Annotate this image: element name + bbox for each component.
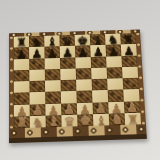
photo-background: ♜♞♝♛♚♝♞♜♟♟♟♟♟♟♟♟♟♟♟♟♟♟♟♟♜♞♝♛♚♝♞♜ xyxy=(0,0,160,160)
piece-white-bishop[interactable]: ♝ xyxy=(93,114,109,127)
square-g8[interactable]: ♞ xyxy=(105,34,121,45)
board-grid: ♜♞♝♛♚♝♞♜♟♟♟♟♟♟♟♟♟♟♟♟♟♟♟♟♜♞♝♛♚♝♞♜ xyxy=(14,33,141,128)
piece-white-queen[interactable]: ♛ xyxy=(61,115,77,128)
square-e4[interactable] xyxy=(76,79,92,91)
square-e5[interactable] xyxy=(76,68,92,80)
piece-white-rook[interactable]: ♜ xyxy=(125,113,142,126)
square-a4[interactable] xyxy=(14,81,30,93)
square-d8[interactable]: ♛ xyxy=(59,35,75,46)
square-g1[interactable]: ♞ xyxy=(109,113,125,125)
square-e8[interactable]: ♚ xyxy=(75,35,91,46)
square-b5[interactable] xyxy=(29,69,45,81)
square-a6[interactable] xyxy=(14,58,29,70)
square-b8[interactable]: ♞ xyxy=(29,36,44,47)
square-f6[interactable] xyxy=(91,56,107,68)
square-g4[interactable] xyxy=(107,78,123,90)
square-b4[interactable] xyxy=(29,81,45,93)
square-e6[interactable] xyxy=(75,57,91,69)
square-c4[interactable] xyxy=(45,80,61,92)
square-f1[interactable]: ♝ xyxy=(93,113,109,125)
square-h8[interactable]: ♜ xyxy=(120,33,136,44)
square-h4[interactable] xyxy=(123,78,139,90)
square-c7[interactable]: ♟ xyxy=(44,46,60,58)
square-b1[interactable]: ♞ xyxy=(30,115,46,127)
square-c8[interactable]: ♝ xyxy=(44,35,59,46)
square-f7[interactable]: ♟ xyxy=(90,45,106,57)
square-c1[interactable]: ♝ xyxy=(46,115,62,127)
square-g6[interactable] xyxy=(106,56,122,68)
square-b6[interactable] xyxy=(29,58,45,70)
piece-white-knight[interactable]: ♞ xyxy=(109,113,125,126)
square-d5[interactable] xyxy=(60,68,76,80)
piece-white-knight[interactable]: ♞ xyxy=(30,116,46,129)
chess-board: ♜♞♝♛♚♝♞♜♟♟♟♟♟♟♟♟♟♟♟♟♟♟♟♟♜♞♝♛♚♝♞♜ xyxy=(9,29,147,143)
square-d7[interactable]: ♟ xyxy=(60,46,76,58)
square-a1[interactable]: ♜ xyxy=(14,116,30,128)
square-e1[interactable]: ♚ xyxy=(77,114,93,126)
square-a8[interactable]: ♜ xyxy=(14,36,29,47)
square-a5[interactable] xyxy=(14,70,30,82)
square-g7[interactable]: ♟ xyxy=(106,45,122,57)
piece-white-bishop[interactable]: ♝ xyxy=(46,115,62,128)
square-c5[interactable] xyxy=(45,69,61,81)
square-f5[interactable] xyxy=(91,67,107,79)
square-d1[interactable]: ♛ xyxy=(61,114,77,126)
square-c6[interactable] xyxy=(45,58,61,70)
piece-white-king[interactable]: ♚ xyxy=(77,114,93,127)
square-b7[interactable]: ♟ xyxy=(29,47,44,59)
square-f4[interactable] xyxy=(92,79,108,91)
square-f8[interactable]: ♝ xyxy=(90,34,106,45)
square-d4[interactable] xyxy=(61,80,77,92)
square-h7[interactable]: ♟ xyxy=(121,44,137,56)
square-h5[interactable] xyxy=(122,66,138,78)
square-h1[interactable]: ♜ xyxy=(125,112,141,124)
square-e7[interactable]: ♟ xyxy=(75,45,91,57)
square-g5[interactable] xyxy=(107,67,123,79)
square-d6[interactable] xyxy=(60,57,76,69)
square-h6[interactable] xyxy=(121,55,137,67)
square-a7[interactable]: ♟ xyxy=(14,47,29,59)
piece-white-rook[interactable]: ♜ xyxy=(14,116,30,129)
